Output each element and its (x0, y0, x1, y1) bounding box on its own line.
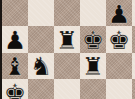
black-rook-icon: ♜ (82, 54, 104, 79)
square-r0c0[interactable] (2, 0, 28, 26)
square-r0c5[interactable] (132, 0, 135, 26)
square-r2c4[interactable] (106, 53, 132, 79)
square-r3c1[interactable] (28, 79, 54, 99)
black-king-icon: ♚ (4, 80, 26, 99)
black-pawn-icon: ♟ (108, 1, 130, 26)
square-r3c4[interactable] (106, 79, 132, 99)
square-r1c2[interactable]: ♜ (54, 26, 80, 52)
square-r1c4[interactable]: ♚ (106, 26, 132, 52)
square-r1c1[interactable] (28, 26, 54, 52)
square-r2c1[interactable]: ♞ (28, 53, 54, 79)
black-knight-icon: ♞ (30, 54, 52, 79)
square-r2c5[interactable] (132, 53, 135, 79)
square-r1c5[interactable] (132, 26, 135, 52)
black-pawn-icon: ♟ (4, 28, 26, 53)
square-r0c3[interactable] (80, 0, 106, 26)
square-r3c2[interactable] (54, 79, 80, 99)
chessboard-screenshot: ♟♟♜♚♚♝♞♜♚ (0, 0, 135, 99)
board-left-edge (0, 0, 2, 99)
square-r0c2[interactable] (54, 0, 80, 26)
square-r3c0[interactable]: ♚ (2, 79, 28, 99)
black-king-icon: ♚ (108, 28, 130, 53)
square-r1c0[interactable]: ♟ (2, 26, 28, 52)
square-r3c5[interactable] (132, 79, 135, 99)
black-bishop-icon: ♝ (4, 54, 26, 79)
square-r2c2[interactable] (54, 53, 80, 79)
square-r0c4[interactable]: ♟ (106, 0, 132, 26)
square-r3c3[interactable] (80, 79, 106, 99)
square-r2c3[interactable]: ♜ (80, 53, 106, 79)
black-rook-icon: ♜ (56, 28, 78, 53)
square-r1c3[interactable]: ♚ (80, 26, 106, 52)
square-r2c0[interactable]: ♝ (2, 53, 28, 79)
black-king-icon: ♚ (82, 28, 104, 53)
chessboard: ♟♟♜♚♚♝♞♜♚ (2, 0, 135, 99)
square-r0c1[interactable] (28, 0, 54, 26)
